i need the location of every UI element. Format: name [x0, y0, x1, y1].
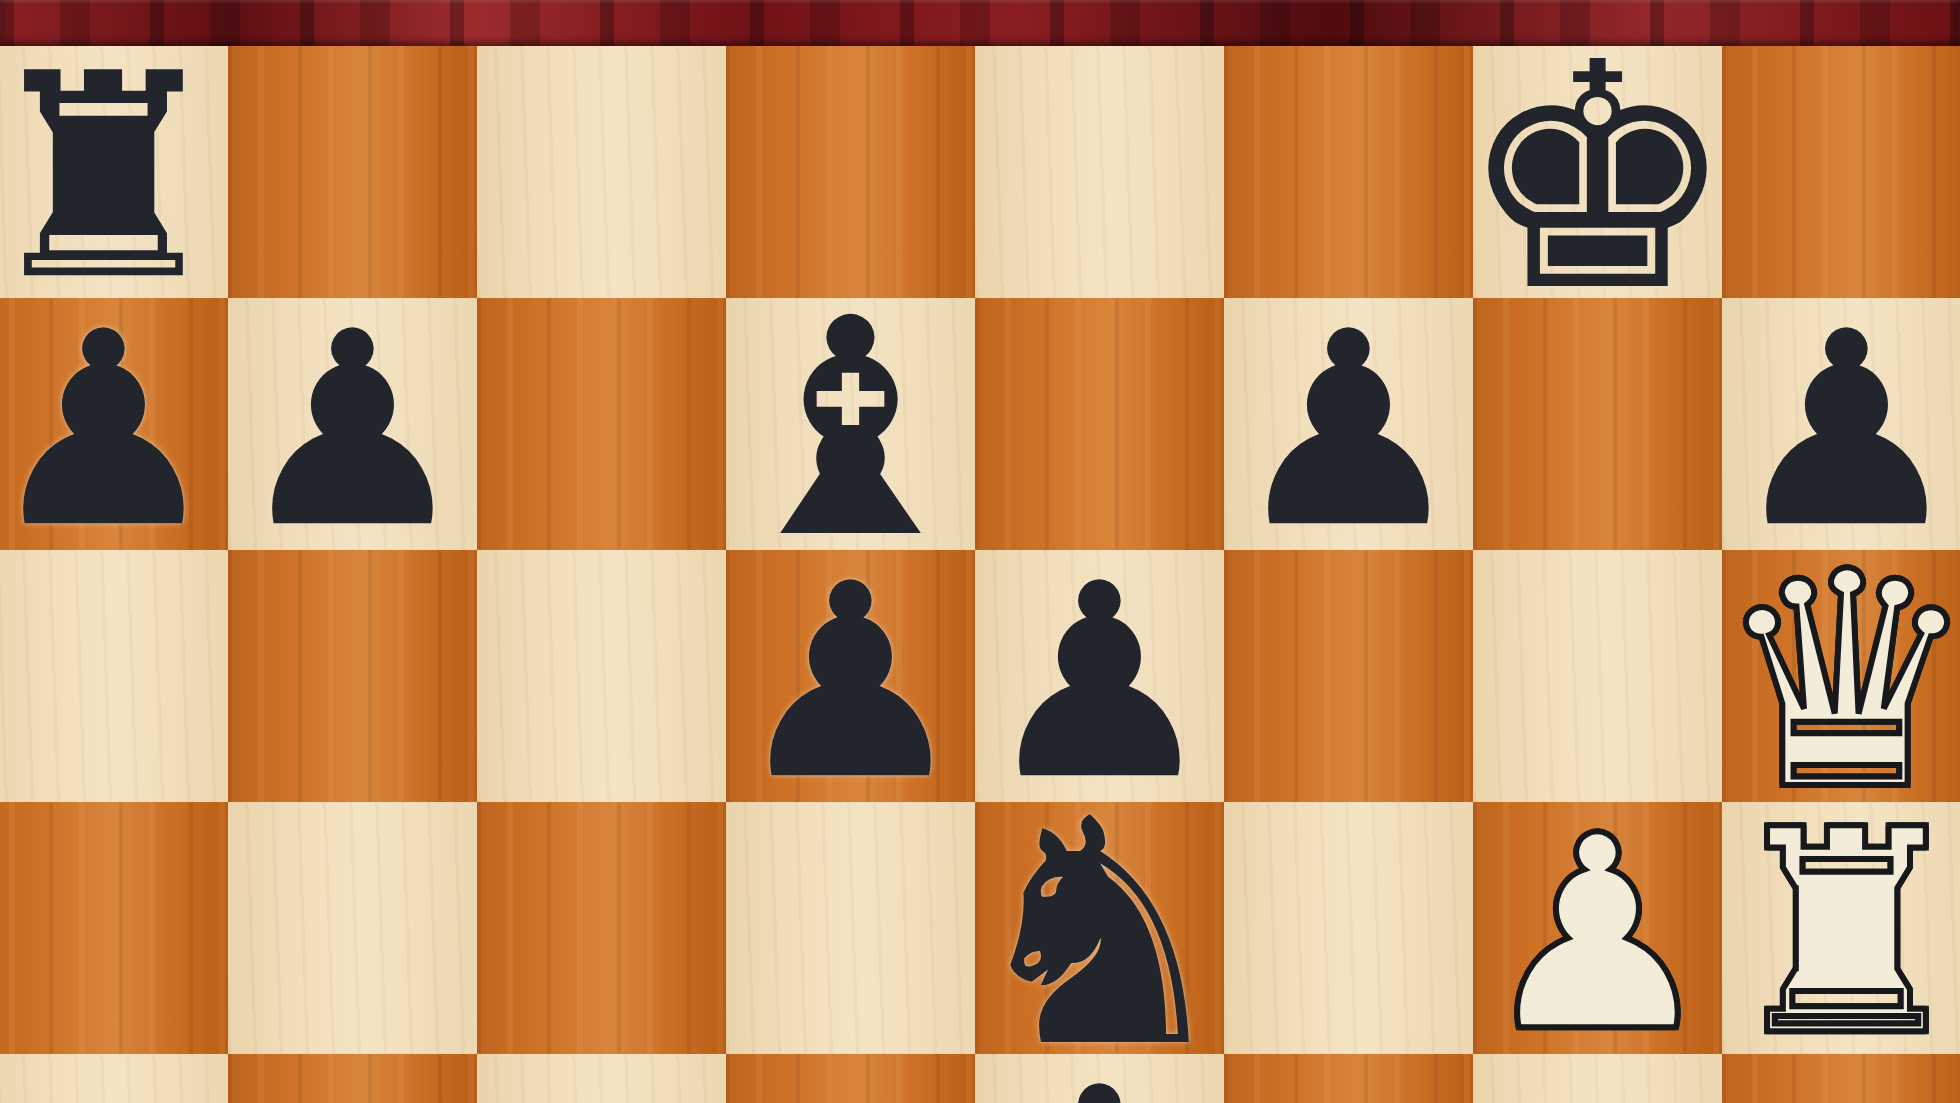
- square-d7[interactable]: ♝: [726, 298, 975, 550]
- black-pawn[interactable]: ♟: [1228, 296, 1468, 564]
- square-g7[interactable]: [1473, 298, 1722, 550]
- square-c4[interactable]: [477, 1054, 726, 1103]
- square-d4[interactable]: [726, 1054, 975, 1103]
- square-h8[interactable]: [1722, 46, 1960, 298]
- black-pawn[interactable]: ♟: [979, 1052, 1219, 1103]
- black-king[interactable]: ♚: [1458, 22, 1738, 334]
- square-h4[interactable]: [1722, 1054, 1960, 1103]
- square-b6[interactable]: [228, 550, 477, 802]
- square-g4[interactable]: [1473, 1054, 1722, 1103]
- square-f8[interactable]: [1224, 46, 1473, 298]
- square-f6[interactable]: [1224, 550, 1473, 802]
- square-d5[interactable]: [726, 802, 975, 1054]
- square-b4[interactable]: [228, 1054, 477, 1103]
- square-g5[interactable]: ♟: [1473, 802, 1722, 1054]
- square-a8[interactable]: ♜: [0, 46, 228, 298]
- square-c5[interactable]: [477, 802, 726, 1054]
- square-a5[interactable]: [0, 802, 228, 1054]
- black-pawn[interactable]: ♟: [730, 548, 970, 816]
- square-g8[interactable]: ♚: [1473, 46, 1722, 298]
- square-b8[interactable]: [228, 46, 477, 298]
- chess-board: ♜♚♟♟♝♟♟♟♟♛♞♟♜♟: [0, 46, 1960, 1103]
- square-a6[interactable]: [0, 550, 228, 802]
- square-g6[interactable]: [1473, 550, 1722, 802]
- square-a7[interactable]: ♟: [0, 298, 228, 550]
- square-f7[interactable]: ♟: [1224, 298, 1473, 550]
- white-pawn[interactable]: ♟: [1477, 800, 1717, 1068]
- black-pawn[interactable]: ♟: [232, 296, 472, 564]
- square-e8[interactable]: [975, 46, 1224, 298]
- square-e7[interactable]: [975, 298, 1224, 550]
- square-b5[interactable]: [228, 802, 477, 1054]
- square-d6[interactable]: ♟: [726, 550, 975, 802]
- square-a4[interactable]: [0, 1054, 228, 1103]
- square-e5[interactable]: ♞: [975, 802, 1224, 1054]
- square-c7[interactable]: [477, 298, 726, 550]
- square-b7[interactable]: ♟: [228, 298, 477, 550]
- square-c6[interactable]: [477, 550, 726, 802]
- white-rook[interactable]: ♜: [1720, 793, 1960, 1075]
- square-e4[interactable]: ♟: [975, 1054, 1224, 1103]
- black-pawn[interactable]: ♟: [0, 296, 224, 564]
- square-c8[interactable]: [477, 46, 726, 298]
- square-h6[interactable]: ♛: [1722, 550, 1960, 802]
- square-f4[interactable]: [1224, 1054, 1473, 1103]
- square-h5[interactable]: ♜: [1722, 802, 1960, 1054]
- square-f5[interactable]: [1224, 802, 1473, 1054]
